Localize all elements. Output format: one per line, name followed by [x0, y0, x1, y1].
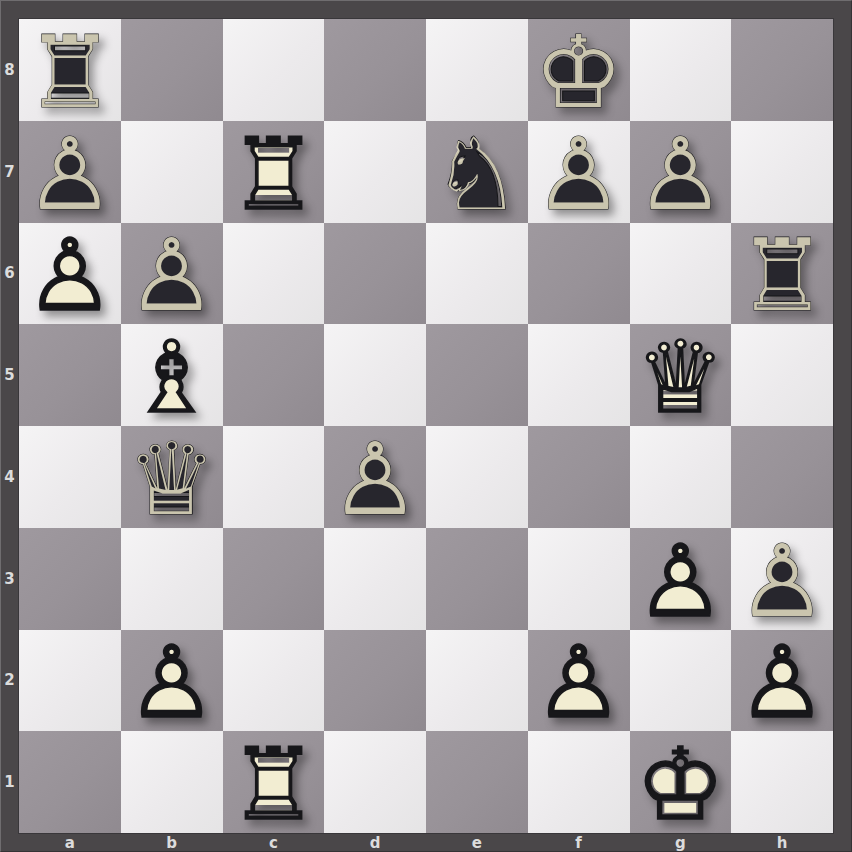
pawn-outline-glyph: ♙	[534, 633, 624, 733]
square-c7[interactable]: ♜♖	[223, 121, 325, 223]
rank-label-3: 3	[0, 528, 19, 630]
white-rook[interactable]: ♜♖	[223, 734, 325, 836]
square-f3[interactable]	[528, 528, 630, 630]
white-bishop[interactable]: ♝♗	[121, 327, 223, 429]
square-c1[interactable]: ♜♖	[223, 731, 325, 833]
black-rook[interactable]: ♜♖	[731, 226, 833, 328]
square-a5[interactable]	[19, 324, 121, 426]
rook-outline-glyph: ♖	[25, 23, 115, 123]
square-g1[interactable]: ♚♔	[630, 731, 732, 833]
square-b2[interactable]: ♟♙	[121, 630, 223, 732]
square-e6[interactable]	[426, 223, 528, 325]
square-d5[interactable]	[324, 324, 426, 426]
square-a7[interactable]: ♟♙	[19, 121, 121, 223]
black-pawn[interactable]: ♟♙	[19, 124, 121, 226]
file-label-f: f	[528, 833, 630, 852]
square-e4[interactable]	[426, 426, 528, 528]
king-outline-glyph: ♔	[534, 23, 624, 123]
square-b8[interactable]	[121, 19, 223, 121]
chess-board: ♜♖♚♔♟♙♜♖♞♘♟♙♟♙♟♙♟♙♜♖♝♗♛♕♛♕♟♙♟♙♟♙♟♙♟♙♟♙♜♖…	[19, 19, 833, 833]
pawn-outline-glyph: ♙	[127, 633, 217, 733]
rook-outline-glyph: ♖	[229, 125, 319, 225]
black-pawn[interactable]: ♟♙	[528, 124, 630, 226]
square-b5[interactable]: ♝♗	[121, 324, 223, 426]
square-a1[interactable]	[19, 731, 121, 833]
black-queen[interactable]: ♛♕	[121, 429, 223, 531]
square-d8[interactable]	[324, 19, 426, 121]
square-d6[interactable]	[324, 223, 426, 325]
queen-outline-glyph: ♕	[127, 430, 217, 530]
rank-label-2: 2	[0, 630, 19, 732]
square-g5[interactable]: ♛♕	[630, 324, 732, 426]
rank-label-5: 5	[0, 324, 19, 426]
black-knight[interactable]: ♞♘	[426, 124, 528, 226]
white-pawn[interactable]: ♟♙	[630, 531, 732, 633]
file-label-h: h	[731, 833, 833, 852]
rank-label-4: 4	[0, 426, 19, 528]
file-label-a: a	[19, 833, 121, 852]
square-e7[interactable]: ♞♘	[426, 121, 528, 223]
white-pawn[interactable]: ♟♙	[19, 226, 121, 328]
rank-label-7: 7	[0, 121, 19, 223]
square-h6[interactable]: ♜♖	[731, 223, 833, 325]
black-pawn[interactable]: ♟♙	[630, 124, 732, 226]
square-d1[interactable]	[324, 731, 426, 833]
square-h5[interactable]	[731, 324, 833, 426]
square-h7[interactable]	[731, 121, 833, 223]
pawn-outline-glyph: ♙	[737, 532, 827, 632]
square-c8[interactable]	[223, 19, 325, 121]
square-f7[interactable]: ♟♙	[528, 121, 630, 223]
rank-label-6: 6	[0, 223, 19, 325]
square-h3[interactable]: ♟♙	[731, 528, 833, 630]
white-queen[interactable]: ♛♕	[630, 327, 732, 429]
white-pawn[interactable]: ♟♙	[528, 633, 630, 735]
pawn-outline-glyph: ♙	[737, 633, 827, 733]
pawn-outline-glyph: ♙	[534, 125, 624, 225]
square-e5[interactable]	[426, 324, 528, 426]
square-f4[interactable]	[528, 426, 630, 528]
square-h2[interactable]: ♟♙	[731, 630, 833, 732]
square-d2[interactable]	[324, 630, 426, 732]
black-pawn[interactable]: ♟♙	[731, 531, 833, 633]
file-label-d: d	[324, 833, 426, 852]
square-d4[interactable]: ♟♙	[324, 426, 426, 528]
file-label-e: e	[426, 833, 528, 852]
white-pawn[interactable]: ♟♙	[731, 633, 833, 735]
square-f8[interactable]: ♚♔	[528, 19, 630, 121]
square-d7[interactable]	[324, 121, 426, 223]
white-rook[interactable]: ♜♖	[223, 124, 325, 226]
pawn-outline-glyph: ♙	[330, 430, 420, 530]
square-g4[interactable]	[630, 426, 732, 528]
square-c4[interactable]	[223, 426, 325, 528]
knight-outline-glyph: ♘	[432, 125, 522, 225]
square-g3[interactable]: ♟♙	[630, 528, 732, 630]
file-label-b: b	[121, 833, 223, 852]
square-b7[interactable]	[121, 121, 223, 223]
square-c3[interactable]	[223, 528, 325, 630]
square-b4[interactable]: ♛♕	[121, 426, 223, 528]
square-a6[interactable]: ♟♙	[19, 223, 121, 325]
square-g7[interactable]: ♟♙	[630, 121, 732, 223]
square-f6[interactable]	[528, 223, 630, 325]
square-e2[interactable]	[426, 630, 528, 732]
square-e8[interactable]	[426, 19, 528, 121]
square-h8[interactable]	[731, 19, 833, 121]
square-d3[interactable]	[324, 528, 426, 630]
black-king[interactable]: ♚♔	[528, 22, 630, 124]
pawn-outline-glyph: ♙	[127, 226, 217, 326]
square-b6[interactable]: ♟♙	[121, 223, 223, 325]
square-g2[interactable]	[630, 630, 732, 732]
black-pawn[interactable]: ♟♙	[121, 226, 223, 328]
bishop-outline-glyph: ♗	[127, 328, 217, 428]
square-c5[interactable]	[223, 324, 325, 426]
king-outline-glyph: ♔	[636, 735, 726, 835]
square-b1[interactable]	[121, 731, 223, 833]
square-c6[interactable]	[223, 223, 325, 325]
square-g8[interactable]	[630, 19, 732, 121]
rook-outline-glyph: ♖	[229, 735, 319, 835]
square-a4[interactable]	[19, 426, 121, 528]
square-f2[interactable]: ♟♙	[528, 630, 630, 732]
square-e3[interactable]	[426, 528, 528, 630]
square-f1[interactable]	[528, 731, 630, 833]
board-frame: 87654321 abcdefgh ♜♖♚♔♟♙♜♖♞♘♟♙♟♙♟♙♟♙♜♖♝♗…	[0, 0, 852, 852]
square-a2[interactable]	[19, 630, 121, 732]
square-h4[interactable]	[731, 426, 833, 528]
pawn-outline-glyph: ♙	[636, 125, 726, 225]
square-g6[interactable]	[630, 223, 732, 325]
square-h1[interactable]	[731, 731, 833, 833]
pawn-outline-glyph: ♙	[25, 226, 115, 326]
rank-label-1: 1	[0, 731, 19, 833]
pawn-outline-glyph: ♙	[636, 532, 726, 632]
rook-outline-glyph: ♖	[737, 226, 827, 326]
queen-outline-glyph: ♕	[636, 328, 726, 428]
square-a8[interactable]: ♜♖	[19, 19, 121, 121]
square-a3[interactable]	[19, 528, 121, 630]
black-pawn[interactable]: ♟♙	[324, 429, 426, 531]
pawn-outline-glyph: ♙	[25, 125, 115, 225]
white-pawn[interactable]: ♟♙	[121, 633, 223, 735]
rank-label-8: 8	[0, 19, 19, 121]
black-rook[interactable]: ♜♖	[19, 22, 121, 124]
square-e1[interactable]	[426, 731, 528, 833]
square-b3[interactable]	[121, 528, 223, 630]
white-king[interactable]: ♚♔	[630, 734, 732, 836]
rank-labels: 87654321	[0, 19, 19, 833]
square-f5[interactable]	[528, 324, 630, 426]
square-c2[interactable]	[223, 630, 325, 732]
